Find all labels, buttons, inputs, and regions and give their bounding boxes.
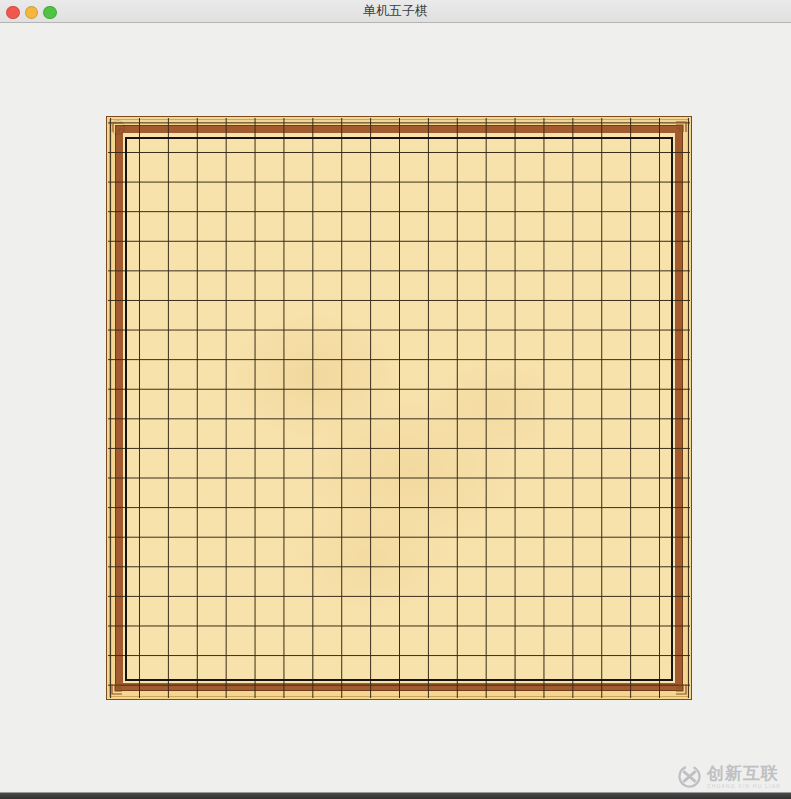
titlebar[interactable]: 单机五子棋 xyxy=(0,0,791,23)
app-window: 单机五子棋 创新互联 CHUANG XIN HU LIAN xyxy=(0,0,791,799)
corner-ornament-icon xyxy=(675,683,688,696)
bottom-bar xyxy=(0,792,791,799)
watermark: 创新互联 CHUANG XIN HU LIAN xyxy=(677,764,781,789)
board-grid xyxy=(127,139,671,679)
corner-ornament-icon xyxy=(110,683,123,696)
corner-ornament-icon xyxy=(675,120,688,133)
corner-ornament-icon xyxy=(110,120,125,135)
watermark-logo-icon xyxy=(677,764,702,789)
gomoku-board[interactable] xyxy=(106,116,692,700)
window-title: 单机五子棋 xyxy=(0,0,791,22)
watermark-subtext: CHUANG XIN HU LIAN xyxy=(707,784,781,789)
watermark-brand: 创新互联 xyxy=(707,765,781,782)
